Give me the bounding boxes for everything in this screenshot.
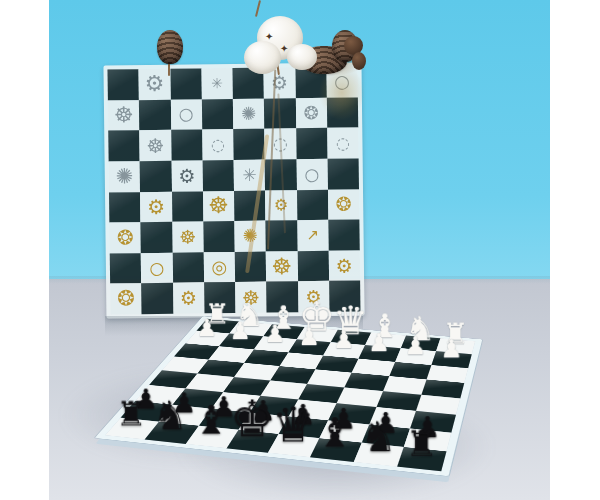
board-square: ♟ xyxy=(431,351,472,368)
upright-square: ◌ xyxy=(327,128,359,159)
board-square xyxy=(233,363,279,381)
board-square: ♞ xyxy=(353,442,403,466)
upright-square: ✺ xyxy=(109,161,141,192)
upright-square: ◌ xyxy=(202,129,234,160)
gear-icon: ☸ xyxy=(208,194,229,217)
piece-bR: ♜ xyxy=(116,399,146,429)
board-square: ♞ xyxy=(145,422,199,444)
pine-cone xyxy=(157,30,183,64)
upright-square xyxy=(140,161,172,192)
upright-square: ❂ xyxy=(109,222,141,253)
cotton-flower xyxy=(287,44,317,70)
upright-square: ❂ xyxy=(110,284,142,315)
piece-bK: ♚ xyxy=(229,397,274,442)
flat-chess-board-scene: ♜♞♝♚♛♝♞♜♟♟♟♟♟♟♟♟♟♟♟♟♟♟♟♟♜♞♝♚♛♝♞♜ xyxy=(147,224,467,500)
gear-icon: ✳ xyxy=(242,166,256,183)
gear-icon: ◌ xyxy=(211,137,225,153)
gear-icon: ◌ xyxy=(336,135,350,151)
upright-square xyxy=(202,160,234,191)
gear-icon: ⚙ xyxy=(178,166,195,185)
upright-square xyxy=(108,130,140,161)
cotton-flower xyxy=(244,41,281,74)
piece-wP: ♟ xyxy=(196,318,217,339)
piece-wP: ♟ xyxy=(230,321,251,342)
upright-square: ❂ xyxy=(328,189,360,220)
gear-icon: ✺ xyxy=(116,166,134,187)
piece-bN: ♞ xyxy=(360,419,397,456)
gear-icon: ❂ xyxy=(335,195,351,214)
upright-square xyxy=(109,192,141,223)
upright-square: ⚙ xyxy=(140,191,172,222)
piece-wP: ♟ xyxy=(264,324,286,346)
gear-icon: ☸ xyxy=(146,135,164,155)
piece-wP: ♟ xyxy=(440,338,462,360)
upright-square xyxy=(234,190,266,221)
upright-square xyxy=(233,129,265,160)
piece-bB: ♝ xyxy=(193,402,229,438)
board-square xyxy=(389,362,431,380)
cotton-sepal: ✦ xyxy=(280,44,288,54)
upright-square xyxy=(171,130,203,161)
upright-square: ⚙ xyxy=(171,160,203,191)
board-square: ♛ xyxy=(268,434,320,457)
upright-square: ☸ xyxy=(140,130,172,161)
upright-square xyxy=(296,189,328,220)
upright-square xyxy=(327,158,359,189)
board-square: ♟ xyxy=(359,345,401,361)
gear-icon: ❂ xyxy=(117,288,135,309)
decor-top: ✦ ✦ xyxy=(49,0,550,120)
piece-bR: ♜ xyxy=(406,428,438,460)
gear-icon: ⚙ xyxy=(147,197,165,217)
gear-icon: ○ xyxy=(304,166,319,183)
board-square: ♜ xyxy=(397,447,447,472)
photo: ⚙✳⚙○☸○✺❂☸◌◌◌✺⚙✳○⚙☸⚙❂❂☸✺↗○◎☸⚙❂⚙☸⚙ ✦ ✦ ♜♞♝… xyxy=(49,0,550,500)
flat-board-grid: ♜♞♝♚♛♝♞♜♟♟♟♟♟♟♟♟♟♟♟♟♟♟♟♟♜♞♝♚♛♝♞♜ xyxy=(95,316,482,476)
cotton-sepal: ✦ xyxy=(265,32,273,42)
piece-bQ: ♛ xyxy=(272,403,315,446)
gear-icon: ⚙ xyxy=(274,197,289,213)
piece-wP: ♟ xyxy=(404,335,426,357)
piece-wP: ♟ xyxy=(298,326,320,348)
piece-wP: ♟ xyxy=(368,332,390,354)
gear-icon: ❂ xyxy=(117,228,134,248)
twig xyxy=(255,0,261,17)
upright-square: ☸ xyxy=(203,191,235,222)
upright-square xyxy=(172,191,204,222)
upright-square: ○ xyxy=(296,159,328,190)
upright-square xyxy=(296,128,328,159)
piece-wP: ♟ xyxy=(333,329,355,351)
piece-bN: ♞ xyxy=(153,398,188,434)
upright-square xyxy=(110,253,142,284)
dried-pod xyxy=(352,52,366,70)
piece-bB: ♝ xyxy=(317,415,354,452)
